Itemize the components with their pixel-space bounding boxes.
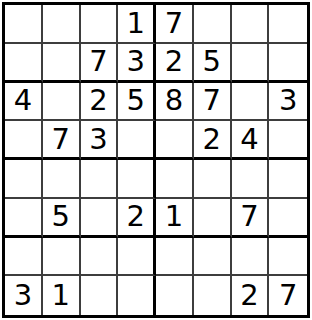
cell-r3c2[interactable] <box>43 83 81 122</box>
cell-r7c1[interactable] <box>5 238 43 277</box>
cell-r7c7[interactable] <box>232 238 270 277</box>
cell-r2c8[interactable] <box>269 44 307 83</box>
cell-r6c5[interactable]: 1 <box>156 199 194 238</box>
cell-r4c6[interactable]: 2 <box>194 121 232 160</box>
cell-r2c2[interactable] <box>43 44 81 83</box>
cell-r2c3[interactable]: 7 <box>81 44 119 83</box>
cell-r4c1[interactable] <box>5 121 43 160</box>
cell-r1c1[interactable] <box>5 5 43 44</box>
cell-r5c6[interactable] <box>194 160 232 199</box>
cell-r1c2[interactable] <box>43 5 81 44</box>
cell-r1c3[interactable] <box>81 5 119 44</box>
cell-r5c5[interactable] <box>156 160 194 199</box>
cell-r1c7[interactable] <box>232 5 270 44</box>
cell-r7c6[interactable] <box>194 238 232 277</box>
cell-r6c4[interactable]: 2 <box>118 199 156 238</box>
cell-r4c4[interactable] <box>118 121 156 160</box>
cell-r5c4[interactable] <box>118 160 156 199</box>
cell-r5c2[interactable] <box>43 160 81 199</box>
cell-r6c3[interactable] <box>81 199 119 238</box>
cell-r7c2[interactable] <box>43 238 81 277</box>
cell-r4c7[interactable]: 4 <box>232 121 270 160</box>
cell-r7c8[interactable] <box>269 238 307 277</box>
cell-r2c7[interactable] <box>232 44 270 83</box>
cell-r6c8[interactable] <box>269 199 307 238</box>
cell-r2c5[interactable]: 2 <box>156 44 194 83</box>
cell-r3c1[interactable]: 4 <box>5 83 43 122</box>
cell-r4c5[interactable] <box>156 121 194 160</box>
cell-r1c6[interactable] <box>194 5 232 44</box>
cell-r6c1[interactable] <box>5 199 43 238</box>
cell-r2c1[interactable] <box>5 44 43 83</box>
cell-r3c4[interactable]: 5 <box>118 83 156 122</box>
cell-r8c2[interactable]: 1 <box>43 276 81 315</box>
cell-r2c6[interactable]: 5 <box>194 44 232 83</box>
cell-r3c3[interactable]: 2 <box>81 83 119 122</box>
cell-r5c8[interactable] <box>269 160 307 199</box>
cell-r8c6[interactable] <box>194 276 232 315</box>
cell-r8c7[interactable]: 2 <box>232 276 270 315</box>
cell-r8c5[interactable] <box>156 276 194 315</box>
sudoku-page: 177325425873732452173127 <box>0 0 312 320</box>
cell-r3c5[interactable]: 8 <box>156 83 194 122</box>
cell-r5c7[interactable] <box>232 160 270 199</box>
cell-r3c8[interactable]: 3 <box>269 83 307 122</box>
cell-r5c3[interactable] <box>81 160 119 199</box>
cell-r3c6[interactable]: 7 <box>194 83 232 122</box>
cell-r8c1[interactable]: 3 <box>5 276 43 315</box>
cell-r7c3[interactable] <box>81 238 119 277</box>
cell-r1c5[interactable]: 7 <box>156 5 194 44</box>
cell-r6c2[interactable]: 5 <box>43 199 81 238</box>
cell-r3c7[interactable] <box>232 83 270 122</box>
cell-r4c3[interactable]: 3 <box>81 121 119 160</box>
cell-r6c7[interactable]: 7 <box>232 199 270 238</box>
cell-r8c3[interactable] <box>81 276 119 315</box>
cell-r5c1[interactable] <box>5 160 43 199</box>
cell-r8c8[interactable]: 7 <box>269 276 307 315</box>
cell-r4c2[interactable]: 7 <box>43 121 81 160</box>
sudoku-board: 177325425873732452173127 <box>2 2 310 318</box>
cell-r6c6[interactable] <box>194 199 232 238</box>
cell-r4c8[interactable] <box>269 121 307 160</box>
cell-r1c4[interactable]: 1 <box>118 5 156 44</box>
cell-r1c8[interactable] <box>269 5 307 44</box>
cell-r7c5[interactable] <box>156 238 194 277</box>
cell-r2c4[interactable]: 3 <box>118 44 156 83</box>
cell-r8c4[interactable] <box>118 276 156 315</box>
cell-r7c4[interactable] <box>118 238 156 277</box>
